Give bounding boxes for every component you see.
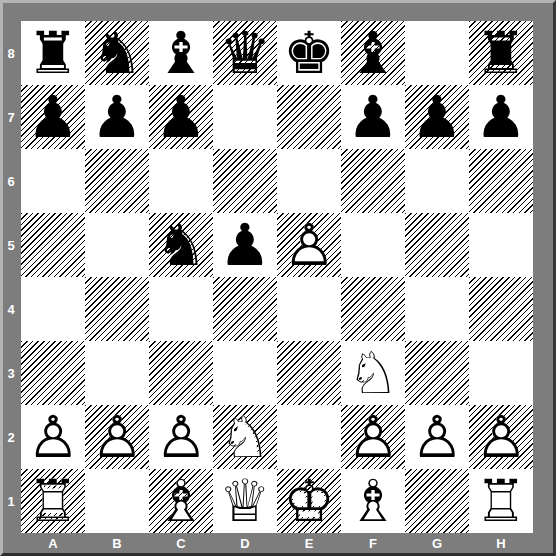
square-h2[interactable]: ♟♙	[469, 405, 533, 469]
black-rook[interactable]: ♜	[469, 21, 533, 85]
square-d1[interactable]: ♛♕	[213, 469, 277, 533]
piece-outline-glyph: ♕	[213, 469, 277, 533]
piece-glyph: ♞	[149, 213, 213, 277]
square-a1[interactable]: ♜♖	[21, 469, 85, 533]
square-f1[interactable]: ♝♗	[341, 469, 405, 533]
file-label-H: H	[496, 536, 505, 551]
square-h1[interactable]: ♜♖	[469, 469, 533, 533]
piece-outline-glyph: ♘	[341, 341, 405, 405]
file-label-C: C	[176, 536, 185, 551]
black-pawn[interactable]: ♟	[21, 85, 85, 149]
square-a2[interactable]: ♟♙	[21, 405, 85, 469]
piece-outline-glyph: ♙	[341, 405, 405, 469]
square-f8[interactable]: ♝	[341, 21, 405, 85]
white-queen[interactable]: ♛♕	[213, 469, 277, 533]
white-knight[interactable]: ♞♘	[213, 405, 277, 469]
white-king[interactable]: ♚♔	[277, 469, 341, 533]
white-bishop[interactable]: ♝♗	[149, 469, 213, 533]
file-label-F: F	[369, 536, 377, 551]
square-f6[interactable]	[341, 149, 405, 213]
square-g7[interactable]: ♟	[405, 85, 469, 149]
file-label-E: E	[305, 536, 314, 551]
square-h5[interactable]	[469, 213, 533, 277]
white-knight[interactable]: ♞♘	[341, 341, 405, 405]
chess-board-frame: ♜♞♝♛♚♝♜♟♟♟♟♟♟♞♟♟♙♞♘♟♙♟♙♟♙♞♘♟♙♟♙♟♙♜♖♝♗♛♕♚…	[0, 0, 556, 556]
piece-outline-glyph: ♙	[405, 405, 469, 469]
square-c7[interactable]: ♟	[149, 85, 213, 149]
piece-outline-glyph: ♙	[149, 405, 213, 469]
square-d7[interactable]	[213, 85, 277, 149]
white-pawn[interactable]: ♟♙	[85, 405, 149, 469]
square-f4[interactable]	[341, 277, 405, 341]
square-a8[interactable]: ♜	[21, 21, 85, 85]
square-d8[interactable]: ♛	[213, 21, 277, 85]
square-g6[interactable]	[405, 149, 469, 213]
rank-label-1: 1	[7, 494, 14, 509]
white-pawn[interactable]: ♟♙	[149, 405, 213, 469]
piece-glyph: ♟	[213, 213, 277, 277]
square-a7[interactable]: ♟	[21, 85, 85, 149]
square-d2[interactable]: ♞♘	[213, 405, 277, 469]
piece-outline-glyph: ♘	[213, 405, 277, 469]
black-king[interactable]: ♚	[277, 21, 341, 85]
square-h4[interactable]	[469, 277, 533, 341]
piece-outline-glyph: ♗	[341, 469, 405, 533]
square-e4[interactable]	[277, 277, 341, 341]
black-pawn[interactable]: ♟	[405, 85, 469, 149]
square-g3[interactable]	[405, 341, 469, 405]
square-b8[interactable]: ♞	[85, 21, 149, 85]
piece-glyph: ♜	[21, 21, 85, 85]
piece-glyph: ♝	[341, 21, 405, 85]
piece-glyph: ♟	[21, 85, 85, 149]
square-d5[interactable]: ♟	[213, 213, 277, 277]
rank-label-8: 8	[7, 46, 14, 61]
piece-glyph: ♟	[469, 85, 533, 149]
square-g1[interactable]	[405, 469, 469, 533]
square-c6[interactable]	[149, 149, 213, 213]
square-c1[interactable]: ♝♗	[149, 469, 213, 533]
square-c8[interactable]: ♝	[149, 21, 213, 85]
white-pawn[interactable]: ♟♙	[405, 405, 469, 469]
black-bishop[interactable]: ♝	[149, 21, 213, 85]
square-g2[interactable]: ♟♙	[405, 405, 469, 469]
piece-glyph: ♛	[213, 21, 277, 85]
piece-glyph: ♟	[405, 85, 469, 149]
black-pawn[interactable]: ♟	[149, 85, 213, 149]
square-e7[interactable]	[277, 85, 341, 149]
file-label-D: D	[240, 536, 249, 551]
square-b2[interactable]: ♟♙	[85, 405, 149, 469]
file-label-A: A	[48, 536, 57, 551]
white-pawn[interactable]: ♟♙	[277, 213, 341, 277]
piece-outline-glyph: ♙	[469, 405, 533, 469]
black-knight[interactable]: ♞	[149, 213, 213, 277]
black-pawn[interactable]: ♟	[213, 213, 277, 277]
square-e6[interactable]	[277, 149, 341, 213]
square-b7[interactable]: ♟	[85, 85, 149, 149]
square-a5[interactable]	[21, 213, 85, 277]
rank-label-7: 7	[7, 110, 14, 125]
piece-glyph: ♜	[469, 21, 533, 85]
black-bishop[interactable]: ♝	[341, 21, 405, 85]
square-e2[interactable]	[277, 405, 341, 469]
square-h6[interactable]	[469, 149, 533, 213]
rank-label-2: 2	[7, 430, 14, 445]
piece-glyph: ♟	[341, 85, 405, 149]
square-e1[interactable]: ♚♔	[277, 469, 341, 533]
square-b1[interactable]	[85, 469, 149, 533]
square-g4[interactable]	[405, 277, 469, 341]
square-a6[interactable]	[21, 149, 85, 213]
piece-outline-glyph: ♙	[21, 405, 85, 469]
piece-outline-glyph: ♙	[85, 405, 149, 469]
square-d3[interactable]	[213, 341, 277, 405]
square-e8[interactable]: ♚	[277, 21, 341, 85]
square-g8[interactable]	[405, 21, 469, 85]
square-b6[interactable]	[85, 149, 149, 213]
square-c3[interactable]	[149, 341, 213, 405]
piece-outline-glyph: ♖	[21, 469, 85, 533]
black-pawn[interactable]: ♟	[341, 85, 405, 149]
white-rook[interactable]: ♜♖	[21, 469, 85, 533]
white-pawn[interactable]: ♟♙	[21, 405, 85, 469]
black-knight[interactable]: ♞	[85, 21, 149, 85]
square-f3[interactable]: ♞♘	[341, 341, 405, 405]
square-h3[interactable]	[469, 341, 533, 405]
square-c2[interactable]: ♟♙	[149, 405, 213, 469]
square-a4[interactable]	[21, 277, 85, 341]
black-queen[interactable]: ♛	[213, 21, 277, 85]
square-e3[interactable]	[277, 341, 341, 405]
piece-glyph: ♞	[85, 21, 149, 85]
square-d4[interactable]	[213, 277, 277, 341]
white-rook[interactable]: ♜♖	[469, 469, 533, 533]
square-a3[interactable]	[21, 341, 85, 405]
rank-label-6: 6	[7, 174, 14, 189]
piece-outline-glyph: ♗	[149, 469, 213, 533]
square-d6[interactable]	[213, 149, 277, 213]
piece-outline-glyph: ♙	[277, 213, 341, 277]
square-c5[interactable]: ♞	[149, 213, 213, 277]
piece-outline-glyph: ♖	[469, 469, 533, 533]
white-bishop[interactable]: ♝♗	[341, 469, 405, 533]
rank-label-3: 3	[7, 366, 14, 381]
square-b3[interactable]	[85, 341, 149, 405]
square-c4[interactable]	[149, 277, 213, 341]
square-f7[interactable]: ♟	[341, 85, 405, 149]
file-label-G: G	[432, 536, 442, 551]
square-e5[interactable]: ♟♙	[277, 213, 341, 277]
square-f5[interactable]	[341, 213, 405, 277]
square-h8[interactable]: ♜	[469, 21, 533, 85]
piece-outline-glyph: ♔	[277, 469, 341, 533]
piece-glyph: ♚	[277, 21, 341, 85]
black-pawn[interactable]: ♟	[85, 85, 149, 149]
black-pawn[interactable]: ♟	[469, 85, 533, 149]
square-b4[interactable]	[85, 277, 149, 341]
file-label-B: B	[112, 536, 121, 551]
square-h7[interactable]: ♟	[469, 85, 533, 149]
square-f2[interactable]: ♟♙	[341, 405, 405, 469]
white-pawn[interactable]: ♟♙	[469, 405, 533, 469]
black-rook[interactable]: ♜	[21, 21, 85, 85]
piece-glyph: ♟	[149, 85, 213, 149]
piece-glyph: ♟	[85, 85, 149, 149]
white-pawn[interactable]: ♟♙	[341, 405, 405, 469]
square-g5[interactable]	[405, 213, 469, 277]
piece-glyph: ♝	[149, 21, 213, 85]
rank-label-4: 4	[7, 302, 14, 317]
rank-label-5: 5	[7, 238, 14, 253]
square-b5[interactable]	[85, 213, 149, 277]
chess-board: ♜♞♝♛♚♝♜♟♟♟♟♟♟♞♟♟♙♞♘♟♙♟♙♟♙♞♘♟♙♟♙♟♙♜♖♝♗♛♕♚…	[21, 21, 533, 533]
